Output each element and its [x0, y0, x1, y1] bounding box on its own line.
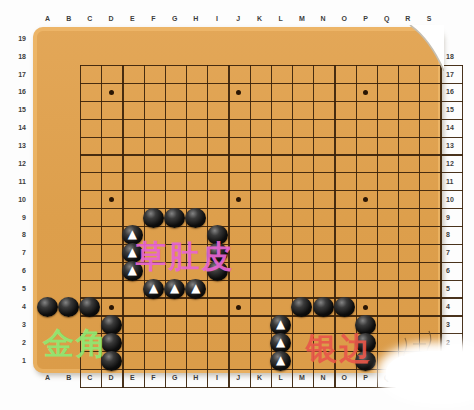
page-curl-artifact [406, 25, 444, 71]
go-diagram: AABBCCDDEEFFGGHHIIJJKKLLMMNNOOPPQQRRSS19… [0, 0, 474, 410]
pen-scribble-artifact [0, 0, 474, 410]
